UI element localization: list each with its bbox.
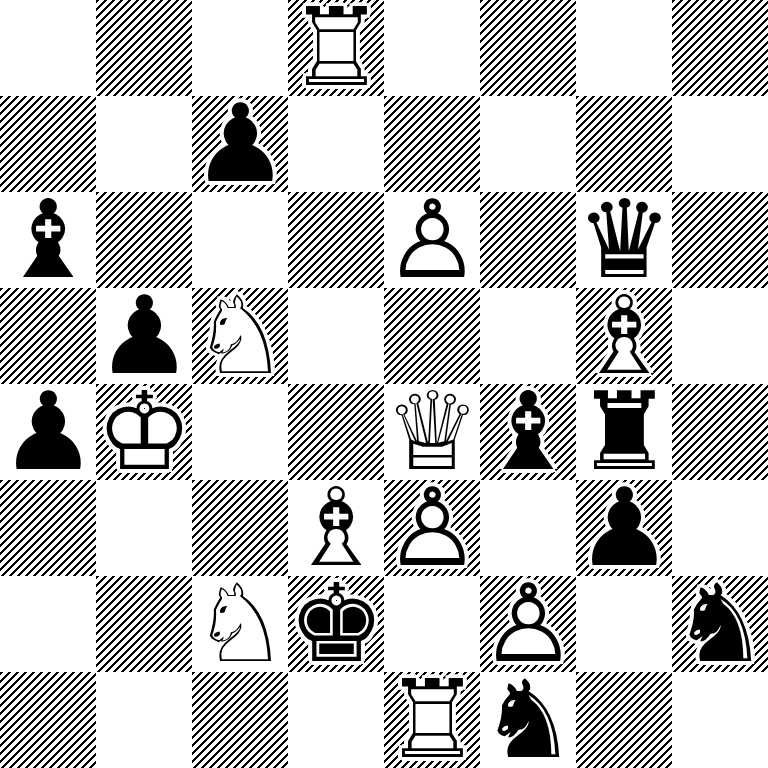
- piece-halo: ♟: [384, 192, 480, 288]
- square-g7[interactable]: [576, 96, 672, 192]
- piece-halo: ♚: [288, 576, 384, 672]
- square-f7[interactable]: [480, 96, 576, 192]
- piece-white-knight: ♞♘: [192, 576, 288, 672]
- piece-halo: ♟: [480, 576, 576, 672]
- piece-glyph: ♘: [192, 576, 288, 672]
- piece-halo: ♝: [480, 384, 576, 480]
- piece-glyph: ♟: [0, 384, 96, 480]
- square-h8[interactable]: [672, 0, 768, 96]
- piece-halo: ♞: [480, 672, 576, 768]
- piece-glyph: ♖: [288, 0, 384, 96]
- square-e8[interactable]: [384, 0, 480, 96]
- square-e4[interactable]: ♛♕: [384, 384, 480, 480]
- piece-glyph: ♙: [384, 480, 480, 576]
- square-g5[interactable]: ♝♗: [576, 288, 672, 384]
- piece-glyph: ♙: [384, 192, 480, 288]
- square-h1[interactable]: [672, 672, 768, 768]
- chess-board: ♜♖♟♟♝♝♟♙♛♛♟♟♞♘♝♗♟♟♚♔♛♕♝♝♜♜♝♗♟♙♟♟♞♘♚♚♟♙♞♞…: [0, 0, 768, 768]
- piece-halo: ♝: [576, 288, 672, 384]
- square-f5[interactable]: [480, 288, 576, 384]
- piece-glyph: ♛: [576, 192, 672, 288]
- square-c5[interactable]: ♞♘: [192, 288, 288, 384]
- square-c7[interactable]: ♟♟: [192, 96, 288, 192]
- piece-halo: ♞: [192, 576, 288, 672]
- piece-halo: ♟: [192, 96, 288, 192]
- square-c8[interactable]: [192, 0, 288, 96]
- square-e1[interactable]: ♜♖: [384, 672, 480, 768]
- square-d3[interactable]: ♝♗: [288, 480, 384, 576]
- piece-halo: ♛: [576, 192, 672, 288]
- square-h2[interactable]: ♞♞: [672, 576, 768, 672]
- piece-white-rook: ♜♖: [384, 672, 480, 768]
- square-c6[interactable]: [192, 192, 288, 288]
- square-h3[interactable]: [672, 480, 768, 576]
- piece-halo: ♞: [672, 576, 768, 672]
- piece-halo: ♟: [576, 480, 672, 576]
- square-a8[interactable]: [0, 0, 96, 96]
- piece-glyph: ♟: [96, 288, 192, 384]
- square-e7[interactable]: [384, 96, 480, 192]
- square-h5[interactable]: [672, 288, 768, 384]
- piece-black-bishop: ♝♝: [480, 384, 576, 480]
- piece-halo: ♜: [288, 0, 384, 96]
- piece-white-bishop: ♝♗: [288, 480, 384, 576]
- piece-glyph: ♕: [384, 384, 480, 480]
- square-d8[interactable]: ♜♖: [288, 0, 384, 96]
- piece-halo: ♝: [0, 192, 96, 288]
- square-a3[interactable]: [0, 480, 96, 576]
- square-d6[interactable]: [288, 192, 384, 288]
- piece-glyph: ♝: [0, 192, 96, 288]
- piece-white-pawn: ♟♙: [384, 480, 480, 576]
- square-h4[interactable]: [672, 384, 768, 480]
- square-c4[interactable]: [192, 384, 288, 480]
- square-b4[interactable]: ♚♔: [96, 384, 192, 480]
- square-b3[interactable]: [96, 480, 192, 576]
- square-b6[interactable]: [96, 192, 192, 288]
- square-c1[interactable]: [192, 672, 288, 768]
- square-a1[interactable]: [0, 672, 96, 768]
- square-f6[interactable]: [480, 192, 576, 288]
- piece-glyph: ♞: [480, 672, 576, 768]
- square-c2[interactable]: ♞♘: [192, 576, 288, 672]
- piece-glyph: ♜: [576, 384, 672, 480]
- piece-black-pawn: ♟♟: [96, 288, 192, 384]
- piece-black-pawn: ♟♟: [192, 96, 288, 192]
- square-e2[interactable]: [384, 576, 480, 672]
- piece-halo: ♚: [96, 384, 192, 480]
- piece-halo: ♜: [576, 384, 672, 480]
- piece-white-king: ♚♔: [96, 384, 192, 480]
- square-a7[interactable]: [0, 96, 96, 192]
- square-f4[interactable]: ♝♝: [480, 384, 576, 480]
- square-e3[interactable]: ♟♙: [384, 480, 480, 576]
- piece-glyph: ♔: [96, 384, 192, 480]
- square-b2[interactable]: [96, 576, 192, 672]
- piece-black-queen: ♛♛: [576, 192, 672, 288]
- square-b1[interactable]: [96, 672, 192, 768]
- square-d4[interactable]: [288, 384, 384, 480]
- square-a2[interactable]: [0, 576, 96, 672]
- piece-glyph: ♗: [576, 288, 672, 384]
- piece-glyph: ♘: [192, 288, 288, 384]
- square-h6[interactable]: [672, 192, 768, 288]
- piece-white-pawn: ♟♙: [480, 576, 576, 672]
- square-b8[interactable]: [96, 0, 192, 96]
- piece-black-pawn: ♟♟: [0, 384, 96, 480]
- square-g6[interactable]: ♛♛: [576, 192, 672, 288]
- square-b7[interactable]: [96, 96, 192, 192]
- piece-black-bishop: ♝♝: [0, 192, 96, 288]
- piece-glyph: ♗: [288, 480, 384, 576]
- piece-halo: ♝: [288, 480, 384, 576]
- piece-black-rook: ♜♜: [576, 384, 672, 480]
- piece-glyph: ♖: [384, 672, 480, 768]
- square-e5[interactable]: [384, 288, 480, 384]
- square-b5[interactable]: ♟♟: [96, 288, 192, 384]
- square-a6[interactable]: ♝♝: [0, 192, 96, 288]
- square-d1[interactable]: [288, 672, 384, 768]
- piece-glyph: ♞: [672, 576, 768, 672]
- square-f2[interactable]: ♟♙: [480, 576, 576, 672]
- piece-halo: ♟: [96, 288, 192, 384]
- piece-glyph: ♚: [288, 576, 384, 672]
- square-g8[interactable]: [576, 0, 672, 96]
- square-c3[interactable]: [192, 480, 288, 576]
- piece-black-knight: ♞♞: [480, 672, 576, 768]
- piece-white-knight: ♞♘: [192, 288, 288, 384]
- square-g1[interactable]: [576, 672, 672, 768]
- square-f1[interactable]: ♞♞: [480, 672, 576, 768]
- square-d2[interactable]: ♚♚: [288, 576, 384, 672]
- square-h7[interactable]: [672, 96, 768, 192]
- piece-glyph: ♟: [576, 480, 672, 576]
- square-a4[interactable]: ♟♟: [0, 384, 96, 480]
- piece-black-knight: ♞♞: [672, 576, 768, 672]
- piece-black-king: ♚♚: [288, 576, 384, 672]
- piece-halo: ♟: [384, 480, 480, 576]
- square-g3[interactable]: ♟♟: [576, 480, 672, 576]
- piece-glyph: ♙: [480, 576, 576, 672]
- piece-black-pawn: ♟♟: [576, 480, 672, 576]
- square-g2[interactable]: [576, 576, 672, 672]
- square-f8[interactable]: [480, 0, 576, 96]
- piece-white-rook: ♜♖: [288, 0, 384, 96]
- square-a5[interactable]: [0, 288, 96, 384]
- piece-halo: ♜: [384, 672, 480, 768]
- piece-white-pawn: ♟♙: [384, 192, 480, 288]
- piece-halo: ♟: [0, 384, 96, 480]
- piece-white-bishop: ♝♗: [576, 288, 672, 384]
- square-f3[interactable]: [480, 480, 576, 576]
- piece-glyph: ♟: [192, 96, 288, 192]
- piece-glyph: ♝: [480, 384, 576, 480]
- piece-halo: ♛: [384, 384, 480, 480]
- square-g4[interactable]: ♜♜: [576, 384, 672, 480]
- square-e6[interactable]: ♟♙: [384, 192, 480, 288]
- square-d7[interactable]: [288, 96, 384, 192]
- piece-white-queen: ♛♕: [384, 384, 480, 480]
- piece-halo: ♞: [192, 288, 288, 384]
- square-d5[interactable]: [288, 288, 384, 384]
